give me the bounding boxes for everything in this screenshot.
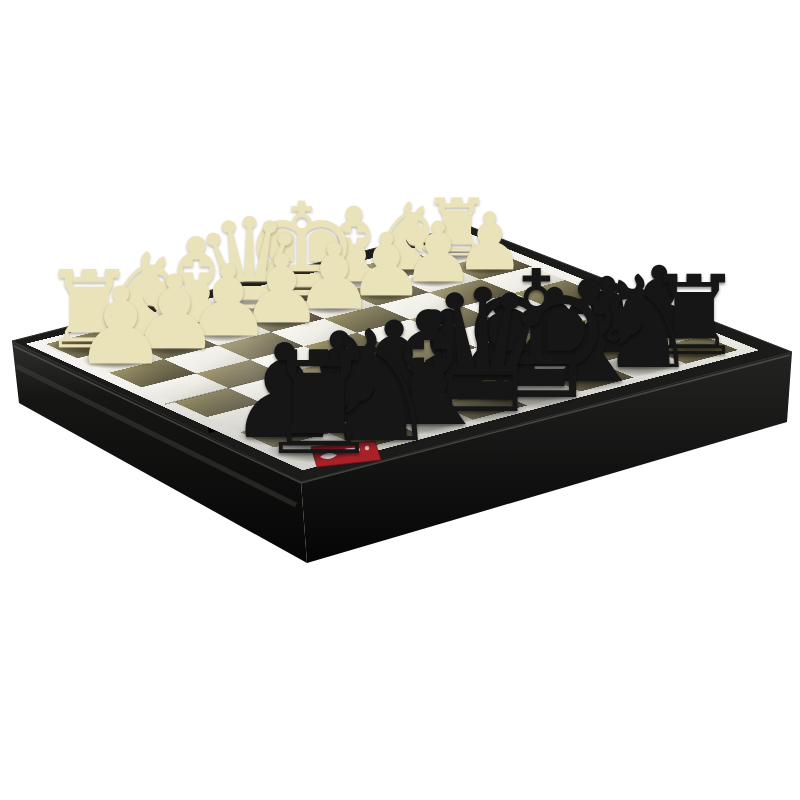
piece-black-rook-a8[interactable]: ♜ [255, 333, 382, 475]
piece-white-pawn-a2[interactable]: ♟ [73, 273, 168, 379]
chess-set-photo: ♜♞♝♛♚♝♞♜♟♟♟♟♟♟♟♟♟♟♟♟♟♟♟♟♜♞♝♛♚♝♞♜ [0, 0, 800, 800]
pieces-layer: ♜♞♝♛♚♝♞♜♟♟♟♟♟♟♟♟♟♟♟♟♟♟♟♟♜♞♝♛♚♝♞♜ [0, 0, 800, 800]
